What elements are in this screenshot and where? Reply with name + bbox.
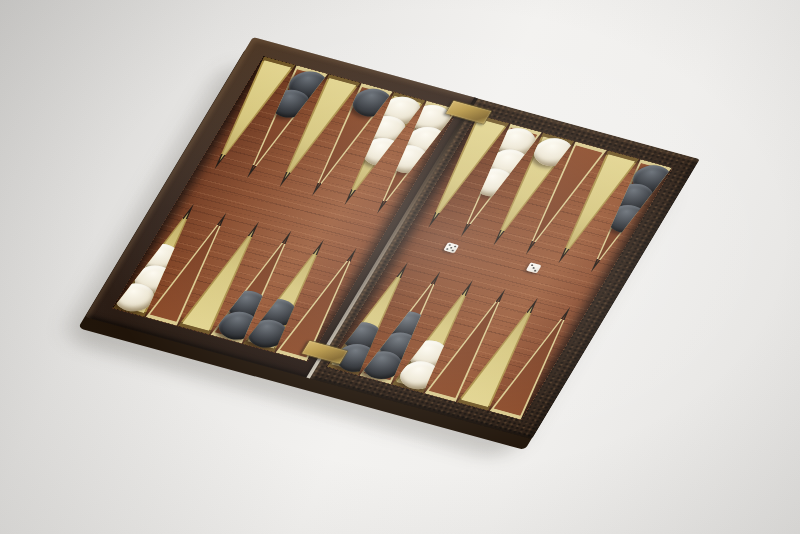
photo-background [0,0,800,534]
checker-black[interactable] [601,201,652,237]
backgammon-board [85,37,700,439]
